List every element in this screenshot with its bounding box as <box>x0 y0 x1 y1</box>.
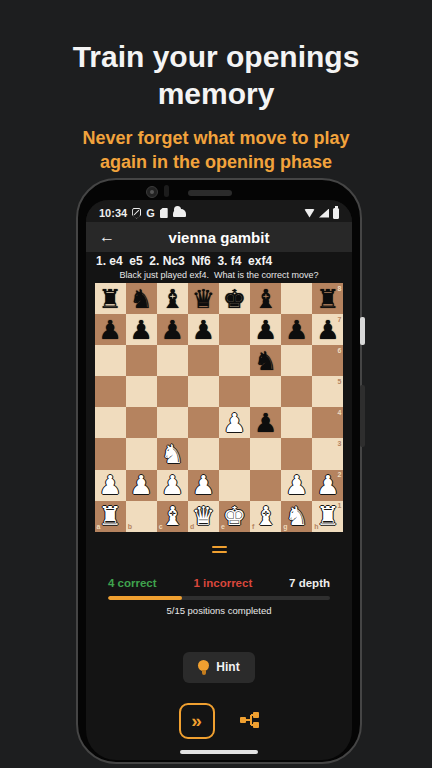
clock: 10:34 <box>99 207 127 219</box>
square-d6[interactable] <box>188 345 219 376</box>
square-b7[interactable]: ♟ <box>126 314 157 345</box>
hint-button[interactable]: Hint <box>183 652 254 683</box>
black-knight[interactable]: ♞ <box>250 345 281 376</box>
square-d5[interactable] <box>188 376 219 407</box>
lightbulb-icon <box>198 660 209 675</box>
white-bishop[interactable]: ♝ <box>250 501 281 532</box>
square-g8[interactable] <box>281 283 312 314</box>
sim-icon <box>160 208 168 218</box>
black-bishop[interactable]: ♝ <box>157 283 188 314</box>
square-f2[interactable] <box>250 470 281 501</box>
black-rook[interactable]: ♜ <box>312 283 343 314</box>
question-prompt: Black just played exf4. What is the corr… <box>86 270 352 283</box>
square-e3[interactable] <box>219 438 250 469</box>
square-f6[interactable]: ♞ <box>250 345 281 376</box>
square-c4[interactable] <box>157 407 188 438</box>
hint-row: Hint <box>86 652 352 683</box>
progress-caption: 5/15 positions completed <box>108 605 330 616</box>
black-bishop[interactable]: ♝ <box>250 283 281 314</box>
stats-panel: 4 correct 1 incorrect 7 depth 5/15 posit… <box>86 577 352 616</box>
status-bar-left: 10:34 G <box>99 207 186 219</box>
volume-button <box>360 385 365 447</box>
phone-mockup: 10:34 G ← vienna gambit 1. e4 e5 2. Nc3 … <box>76 178 362 764</box>
square-f7[interactable]: ♟ <box>250 314 281 345</box>
drag-handle[interactable] <box>212 546 227 554</box>
move-list[interactable]: 1. e4 e5 2. Nc3 Nf6 3. f4 exf4 <box>86 252 352 270</box>
square-e7[interactable] <box>219 314 250 345</box>
square-a6[interactable] <box>95 345 126 376</box>
square-d4[interactable] <box>188 407 219 438</box>
cloud-icon <box>173 209 186 217</box>
square-e8[interactable]: ♚ <box>219 283 250 314</box>
square-f1[interactable]: f♝ <box>250 501 281 532</box>
page-background: Train your openings memory Never forget … <box>0 0 432 768</box>
square-a5[interactable] <box>95 376 126 407</box>
square-b3[interactable] <box>126 438 157 469</box>
square-f3[interactable] <box>250 438 281 469</box>
white-pawn[interactable]: ♟ <box>219 407 250 438</box>
rank-label: 3 <box>337 440 341 447</box>
black-king[interactable]: ♚ <box>219 283 250 314</box>
square-h7[interactable]: 7♟ <box>312 314 343 345</box>
square-a8[interactable]: ♜ <box>95 283 126 314</box>
square-c6[interactable] <box>157 345 188 376</box>
progress-bar <box>108 596 330 600</box>
square-a7[interactable]: ♟ <box>95 314 126 345</box>
square-e5[interactable] <box>219 376 250 407</box>
white-bishop[interactable]: ♝ <box>157 501 188 532</box>
fast-forward-button[interactable]: » <box>179 703 215 739</box>
square-c8[interactable]: ♝ <box>157 283 188 314</box>
square-g4[interactable] <box>281 407 312 438</box>
signal-icon <box>319 209 329 218</box>
proximity-sensor <box>164 185 169 197</box>
wifi-icon <box>304 209 315 218</box>
square-b4[interactable] <box>126 407 157 438</box>
rank-label: 5 <box>337 378 341 385</box>
power-button <box>360 317 365 345</box>
square-f5[interactable] <box>250 376 281 407</box>
black-pawn[interactable]: ♟ <box>250 314 281 345</box>
file-label: b <box>128 523 132 530</box>
drag-handle-bar <box>212 551 227 554</box>
square-f8[interactable]: ♝ <box>250 283 281 314</box>
app-bar: ← vienna gambit <box>86 222 352 252</box>
square-b2[interactable]: ♟ <box>126 470 157 501</box>
square-h6[interactable]: 6 <box>312 345 343 376</box>
square-a2[interactable]: ♟ <box>95 470 126 501</box>
hero-subtitle-line2: again in the opening phase <box>26 150 406 174</box>
square-e2[interactable] <box>219 470 250 501</box>
black-pawn[interactable]: ♟ <box>126 314 157 345</box>
square-g5[interactable] <box>281 376 312 407</box>
square-g7[interactable]: ♟ <box>281 314 312 345</box>
black-pawn[interactable]: ♟ <box>250 407 281 438</box>
square-g6[interactable] <box>281 345 312 376</box>
black-pawn[interactable]: ♟ <box>157 314 188 345</box>
white-pawn[interactable]: ♟ <box>188 470 219 501</box>
white-pawn[interactable]: ♟ <box>95 470 126 501</box>
chess-board[interactable]: ♜♞♝♛♚♝8♜♟♟♟♟♟♟7♟♞65♟♟4♞3♟♟♟♟♟2♟a♜bc♝d♛e♚… <box>95 283 344 532</box>
black-rook[interactable]: ♜ <box>95 283 126 314</box>
page-title: vienna gambit <box>86 229 352 246</box>
black-pawn[interactable]: ♟ <box>312 314 343 345</box>
square-c2[interactable]: ♟ <box>157 470 188 501</box>
hero-subtitle-line1: Never forget what move to play <box>26 126 406 150</box>
square-b5[interactable] <box>126 376 157 407</box>
earpiece-speaker <box>188 190 232 196</box>
hero-subtitle: Never forget what move to play again in … <box>26 126 406 174</box>
white-pawn[interactable]: ♟ <box>312 470 343 501</box>
fast-forward-icon: » <box>191 711 202 730</box>
drag-handle-bar <box>212 546 227 549</box>
black-queen[interactable]: ♛ <box>188 283 219 314</box>
white-rook[interactable]: ♜ <box>312 501 343 532</box>
hint-button-label: Hint <box>216 660 239 674</box>
progress-bar-fill <box>108 596 182 600</box>
white-pawn[interactable]: ♟ <box>157 470 188 501</box>
phone-screen: 10:34 G ← vienna gambit 1. e4 e5 2. Nc3 … <box>86 200 352 760</box>
square-g1[interactable]: g♞ <box>281 501 312 532</box>
square-e4[interactable]: ♟ <box>219 407 250 438</box>
board-container: ♜♞♝♛♚♝8♜♟♟♟♟♟♟7♟♞65♟♟4♞3♟♟♟♟♟2♟a♜bc♝d♛e♚… <box>86 283 352 532</box>
white-king[interactable]: ♚ <box>219 501 250 532</box>
incorrect-count: 1 incorrect <box>193 577 252 589</box>
status-bar-right <box>304 208 339 219</box>
black-pawn[interactable]: ♟ <box>188 314 219 345</box>
square-d1[interactable]: d♛ <box>188 501 219 532</box>
square-e6[interactable] <box>219 345 250 376</box>
rank-label: 6 <box>337 347 341 354</box>
square-h1[interactable]: 1h♜ <box>312 501 343 532</box>
white-pawn[interactable]: ♟ <box>126 470 157 501</box>
front-camera <box>146 186 158 198</box>
square-g2[interactable]: ♟ <box>281 470 312 501</box>
black-knight[interactable]: ♞ <box>126 283 157 314</box>
square-c7[interactable]: ♟ <box>157 314 188 345</box>
square-b6[interactable] <box>126 345 157 376</box>
hero-title: Train your openings memory <box>26 38 406 112</box>
square-h2[interactable]: 2♟ <box>312 470 343 501</box>
home-indicator[interactable] <box>180 750 258 755</box>
square-h4[interactable]: 4 <box>312 407 343 438</box>
square-d8[interactable]: ♛ <box>188 283 219 314</box>
square-e1[interactable]: e♚ <box>219 501 250 532</box>
square-a1[interactable]: a♜ <box>95 501 126 532</box>
status-bar: 10:34 G <box>86 200 352 222</box>
depth-count: 7 depth <box>289 577 330 589</box>
square-c5[interactable] <box>157 376 188 407</box>
square-d7[interactable]: ♟ <box>188 314 219 345</box>
square-c1[interactable]: c♝ <box>157 501 188 532</box>
stats-row: 4 correct 1 incorrect 7 depth <box>108 577 330 589</box>
white-knight[interactable]: ♞ <box>281 501 312 532</box>
shield-icon <box>132 208 141 219</box>
square-c3[interactable]: ♞ <box>157 438 188 469</box>
square-f4[interactable]: ♟ <box>250 407 281 438</box>
square-h8[interactable]: 8♜ <box>312 283 343 314</box>
white-knight[interactable]: ♞ <box>157 438 188 469</box>
square-d3[interactable] <box>188 438 219 469</box>
square-h3[interactable]: 3 <box>312 438 343 469</box>
rank-label: 4 <box>337 409 341 416</box>
square-b1[interactable]: b <box>126 501 157 532</box>
white-pawn[interactable]: ♟ <box>281 470 312 501</box>
square-h5[interactable]: 5 <box>312 376 343 407</box>
google-g-icon: G <box>146 207 155 219</box>
bottom-nav: » <box>86 703 352 739</box>
white-rook[interactable]: ♜ <box>95 501 126 532</box>
hero-section: Train your openings memory Never forget … <box>26 38 406 174</box>
black-pawn[interactable]: ♟ <box>281 314 312 345</box>
battery-icon <box>333 208 339 219</box>
variation-tree-icon[interactable] <box>239 710 260 731</box>
square-d2[interactable]: ♟ <box>188 470 219 501</box>
square-a3[interactable] <box>95 438 126 469</box>
square-g3[interactable] <box>281 438 312 469</box>
square-b8[interactable]: ♞ <box>126 283 157 314</box>
correct-count: 4 correct <box>108 577 157 589</box>
square-a4[interactable] <box>95 407 126 438</box>
white-queen[interactable]: ♛ <box>188 501 219 532</box>
black-pawn[interactable]: ♟ <box>95 314 126 345</box>
